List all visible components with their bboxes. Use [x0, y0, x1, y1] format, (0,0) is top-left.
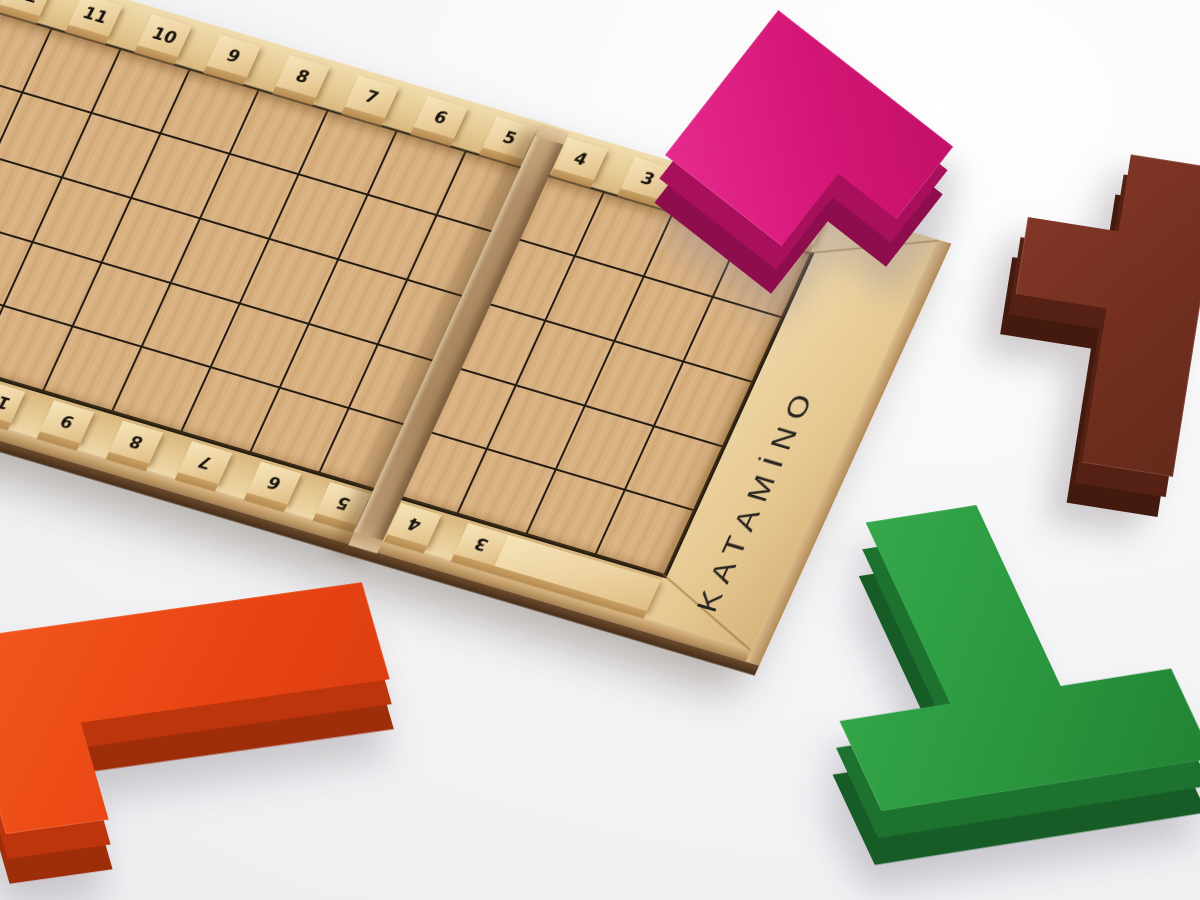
piece-top-face [755, 487, 1200, 811]
photo-scene: 12 11 10 9 8 7 6 5 4 3 12 11 10 9 8 7 6 … [0, 0, 1200, 900]
slat-end-top [535, 124, 569, 144]
pentomino-t-green[interactable] [755, 487, 1200, 811]
pentomino-y-brown[interactable] [991, 140, 1200, 477]
pentomino-l-orange[interactable] [0, 582, 418, 834]
